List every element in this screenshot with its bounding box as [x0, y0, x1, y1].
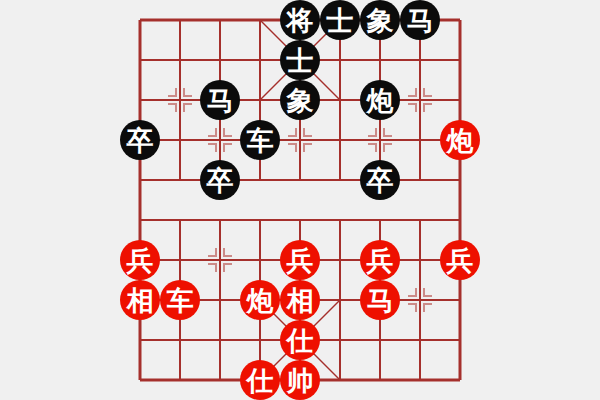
black-horse[interactable]: 马 [200, 80, 240, 120]
black-soldier[interactable]: 卒 [120, 120, 160, 160]
red-soldier[interactable]: 兵 [360, 240, 400, 280]
red-advisor[interactable]: 仕 [240, 360, 280, 400]
red-elephant[interactable]: 相 [280, 280, 320, 320]
black-advisor[interactable]: 士 [320, 0, 360, 40]
black-elephant[interactable]: 象 [360, 0, 400, 40]
red-cannon[interactable]: 炮 [240, 280, 280, 320]
red-cannon[interactable]: 炮 [440, 120, 480, 160]
app-background: 将士象马士马象炮卒车炮卒卒兵兵兵兵相车炮相马仕仕帅 [0, 0, 600, 400]
black-elephant[interactable]: 象 [280, 80, 320, 120]
red-chariot[interactable]: 车 [160, 280, 200, 320]
red-general[interactable]: 帅 [280, 360, 320, 400]
red-horse[interactable]: 马 [360, 280, 400, 320]
black-advisor[interactable]: 士 [280, 40, 320, 80]
red-advisor[interactable]: 仕 [280, 320, 320, 360]
red-soldier[interactable]: 兵 [440, 240, 480, 280]
black-soldier[interactable]: 卒 [200, 160, 240, 200]
black-general[interactable]: 将 [280, 0, 320, 40]
red-soldier[interactable]: 兵 [120, 240, 160, 280]
black-cannon[interactable]: 炮 [360, 80, 400, 120]
black-soldier[interactable]: 卒 [360, 160, 400, 200]
red-elephant[interactable]: 相 [120, 280, 160, 320]
black-chariot[interactable]: 车 [240, 120, 280, 160]
black-horse[interactable]: 马 [400, 0, 440, 40]
xiangqi-board[interactable]: 将士象马士马象炮卒车炮卒卒兵兵兵兵相车炮相马仕仕帅 [120, 0, 480, 400]
red-soldier[interactable]: 兵 [280, 240, 320, 280]
